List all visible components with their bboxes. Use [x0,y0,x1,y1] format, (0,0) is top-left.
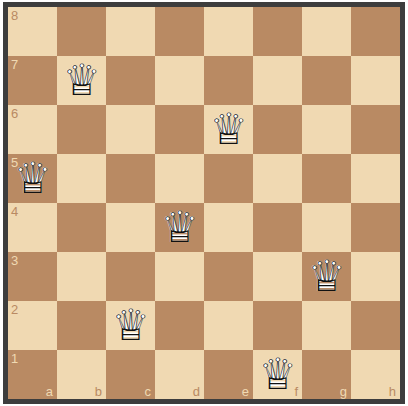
rank-label-7: 7 [11,57,18,72]
square-d6[interactable] [155,105,204,154]
rank-label-1: 1 [11,351,18,366]
chess-board-frame: 87♛♕6♛♕5♛♕4♛♕3♛♕2♛♕1abcdef♛♕gh [3,2,405,404]
white-queen-glyph-outline: ♕ [62,56,101,105]
square-d7[interactable] [155,56,204,105]
square-d1[interactable]: d [155,350,204,399]
white-queen-icon[interactable]: ♛♕ [204,105,253,154]
square-g7[interactable] [302,56,351,105]
square-h3[interactable] [351,252,400,301]
rank-label-8: 8 [11,8,18,23]
square-d4[interactable]: ♛♕ [155,203,204,252]
chess-board: 87♛♕6♛♕5♛♕4♛♕3♛♕2♛♕1abcdef♛♕gh [8,7,400,399]
square-f7[interactable] [253,56,302,105]
white-queen-glyph-outline: ♕ [307,252,346,301]
rank-label-3: 3 [11,253,18,268]
white-queen-glyph-outline: ♕ [160,203,199,252]
square-g4[interactable] [302,203,351,252]
file-label-a: a [46,384,53,399]
file-label-c: c [145,384,152,399]
square-e2[interactable] [204,301,253,350]
square-h8[interactable] [351,7,400,56]
square-e3[interactable] [204,252,253,301]
square-b5[interactable] [57,154,106,203]
page: { "game": "chess", "description": "Chess… [0,0,408,406]
square-h6[interactable] [351,105,400,154]
square-g6[interactable] [302,105,351,154]
square-b6[interactable] [57,105,106,154]
square-e4[interactable] [204,203,253,252]
white-queen-glyph-outline: ♕ [13,154,52,203]
white-queen-glyph-outline: ♕ [209,105,248,154]
white-queen-icon[interactable]: ♛♕ [155,203,204,252]
square-a1[interactable]: 1a [8,350,57,399]
square-e1[interactable]: e [204,350,253,399]
square-f5[interactable] [253,154,302,203]
white-queen-icon[interactable]: ♛♕ [253,350,302,399]
square-c3[interactable] [106,252,155,301]
file-label-g: g [340,384,347,399]
white-queen-icon[interactable]: ♛♕ [8,154,57,203]
square-a6[interactable]: 6 [8,105,57,154]
square-a3[interactable]: 3 [8,252,57,301]
square-d5[interactable] [155,154,204,203]
square-h7[interactable] [351,56,400,105]
white-queen-icon[interactable]: ♛♕ [302,252,351,301]
square-c1[interactable]: c [106,350,155,399]
file-label-h: h [389,384,396,399]
square-c7[interactable] [106,56,155,105]
white-queen-glyph-outline: ♕ [258,350,297,399]
square-b4[interactable] [57,203,106,252]
square-c2[interactable]: ♛♕ [106,301,155,350]
square-d8[interactable] [155,7,204,56]
white-queen-glyph-outline: ♕ [111,301,150,350]
rank-label-2: 2 [11,302,18,317]
square-g2[interactable] [302,301,351,350]
file-label-b: b [95,384,102,399]
square-a8[interactable]: 8 [8,7,57,56]
square-g3[interactable]: ♛♕ [302,252,351,301]
file-label-d: d [193,384,200,399]
square-f6[interactable] [253,105,302,154]
square-h4[interactable] [351,203,400,252]
square-a4[interactable]: 4 [8,203,57,252]
square-f3[interactable] [253,252,302,301]
square-f8[interactable] [253,7,302,56]
square-c8[interactable] [106,7,155,56]
square-f2[interactable] [253,301,302,350]
square-c4[interactable] [106,203,155,252]
square-h5[interactable] [351,154,400,203]
square-b2[interactable] [57,301,106,350]
rank-label-4: 4 [11,204,18,219]
square-g5[interactable] [302,154,351,203]
square-e5[interactable] [204,154,253,203]
white-queen-icon[interactable]: ♛♕ [57,56,106,105]
square-g1[interactable]: g [302,350,351,399]
square-f4[interactable] [253,203,302,252]
square-f1[interactable]: f♛♕ [253,350,302,399]
square-h1[interactable]: h [351,350,400,399]
square-h2[interactable] [351,301,400,350]
square-e7[interactable] [204,56,253,105]
file-label-e: e [242,384,249,399]
square-b7[interactable]: ♛♕ [57,56,106,105]
square-d3[interactable] [155,252,204,301]
square-a7[interactable]: 7 [8,56,57,105]
white-queen-icon[interactable]: ♛♕ [106,301,155,350]
square-c5[interactable] [106,154,155,203]
square-a5[interactable]: 5♛♕ [8,154,57,203]
square-b8[interactable] [57,7,106,56]
square-b1[interactable]: b [57,350,106,399]
square-d2[interactable] [155,301,204,350]
square-c6[interactable] [106,105,155,154]
square-g8[interactable] [302,7,351,56]
square-a2[interactable]: 2 [8,301,57,350]
square-e6[interactable]: ♛♕ [204,105,253,154]
square-b3[interactable] [57,252,106,301]
square-e8[interactable] [204,7,253,56]
rank-label-6: 6 [11,106,18,121]
